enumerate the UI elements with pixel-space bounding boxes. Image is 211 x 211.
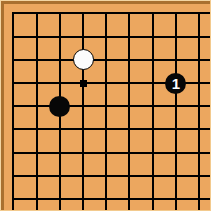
grid-line-horizontal-1 [12,12,211,14]
grid-line-horizontal-9 [12,198,211,200]
grid-line-horizontal-7 [12,152,211,154]
grid-line-vertical-8 [175,12,177,211]
board-edge-top-highlight [0,0,211,1]
black-stone-move-1: 1 [165,73,186,94]
board-edge-left-dark [1,0,4,211]
board-edge-left-highlight [0,0,1,211]
board-edge-top-dark [0,1,211,4]
black-stone [49,96,70,117]
grid-line-vertical-2 [36,12,38,211]
go-board-diagram: 1 [0,0,211,211]
grid-line-horizontal-2 [12,36,211,38]
grid-line-horizontal-6 [12,128,211,130]
grid-line-horizontal-8 [12,175,211,177]
grid-line-horizontal-3 [12,59,211,61]
crop-edge-right [210,0,211,211]
grid-line-vertical-1 [12,12,14,211]
grid-line-vertical-9 [198,12,200,211]
grid-line-vertical-6 [128,12,130,211]
crop-edge-bottom [0,210,211,211]
grid-line-vertical-5 [105,12,107,211]
grid-line-vertical-4 [82,12,84,211]
move-number-label: 1 [172,75,180,90]
white-stone [73,49,94,70]
hoshi-marker [80,80,87,87]
grid-line-horizontal-5 [12,105,211,107]
grid-line-vertical-7 [152,12,154,211]
